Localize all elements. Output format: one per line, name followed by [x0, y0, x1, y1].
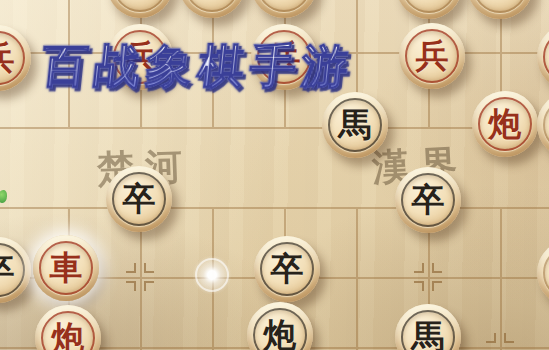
piece-red-cannon[interactable]: 炮	[35, 305, 101, 350]
piece-hidden-piece[interactable]	[537, 92, 549, 158]
piece-character: 卒	[123, 182, 156, 215]
piece-character: 馬	[412, 320, 445, 350]
piece-red-soldier[interactable]: 兵	[0, 25, 31, 91]
piece-red-cannon[interactable]: 炮	[472, 91, 538, 157]
piece-black-soldier[interactable]: 卒	[395, 167, 461, 233]
piece-character: 炮	[489, 107, 522, 140]
piece-black-soldier[interactable]: 卒	[254, 236, 320, 302]
piece-character: 車	[50, 251, 83, 284]
point-marker-icon	[125, 262, 155, 292]
piece-black-soldier[interactable]: 卒	[106, 166, 172, 232]
piece-character: 兵	[0, 41, 15, 74]
piece-hidden-piece[interactable]	[537, 240, 549, 306]
piece-character: 炮	[264, 318, 297, 350]
piece-black-horse[interactable]: 馬	[322, 92, 388, 158]
piece-character: 卒	[412, 183, 445, 216]
piece-hidden-piece[interactable]	[179, 0, 245, 18]
piece-red-chariot[interactable]: 車	[33, 235, 99, 301]
piece-hidden-piece[interactable]	[396, 0, 462, 19]
app-title: 百战象棋手游	[39, 36, 358, 98]
piece-character: 炮	[52, 321, 85, 350]
point-marker-icon	[485, 332, 515, 350]
piece-character: 兵	[416, 39, 449, 72]
game-screen: 楚河 漢界 兵兵兵兵兵馬炮卒卒卒車卒炮炮馬 百战象棋手游	[0, 0, 549, 350]
piece-hidden-piece[interactable]	[251, 0, 317, 18]
piece-black-cannon[interactable]: 炮	[247, 302, 313, 350]
piece-character: 卒	[271, 252, 304, 285]
piece-hidden-piece[interactable]	[467, 0, 533, 19]
piece-red-soldier[interactable]: 兵	[399, 23, 465, 89]
piece-black-soldier[interactable]: 卒	[0, 237, 31, 303]
point-marker-icon	[413, 262, 443, 292]
piece-red-soldier[interactable]: 兵	[537, 24, 549, 90]
piece-character: 馬	[339, 108, 372, 141]
piece-black-horse[interactable]: 馬	[395, 304, 461, 350]
piece-character: 卒	[0, 253, 15, 286]
piece-hidden-piece[interactable]	[107, 0, 173, 18]
